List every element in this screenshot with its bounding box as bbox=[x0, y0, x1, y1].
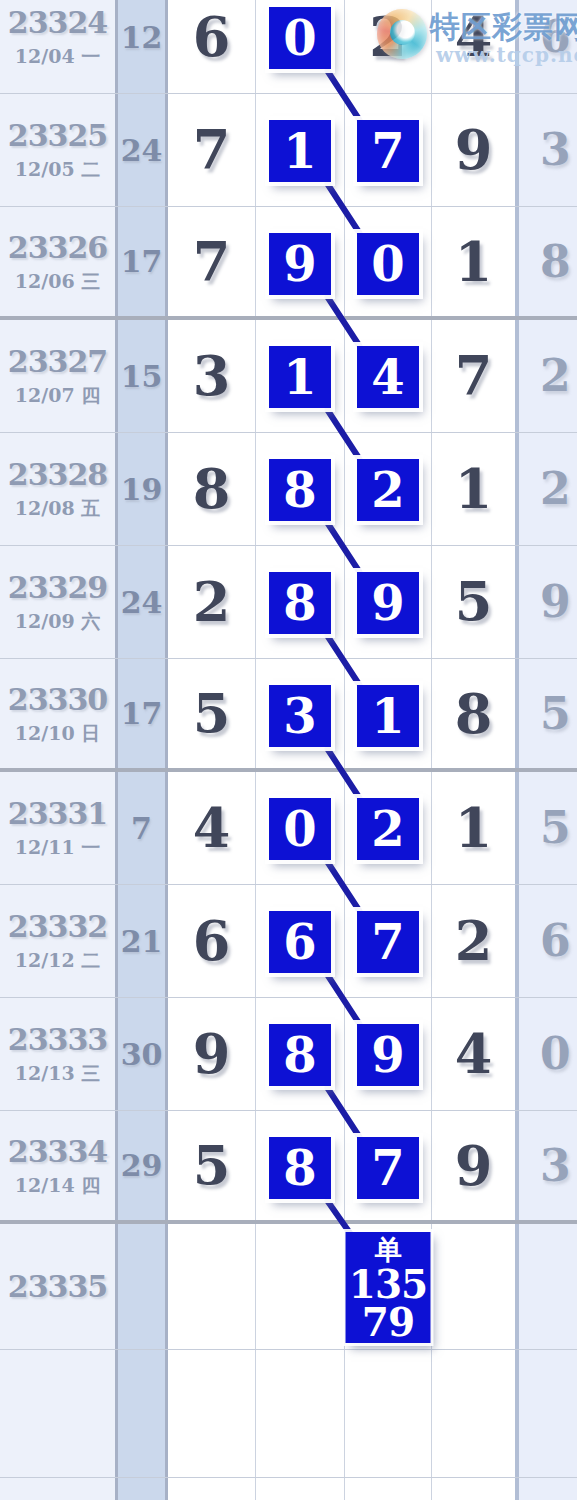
tail-digit-cell: 8 bbox=[519, 207, 577, 316]
tail-digit: 8 bbox=[540, 240, 571, 284]
tail-digit: 2 bbox=[540, 354, 571, 398]
issue-cell: 2333012/10 日 bbox=[0, 659, 118, 768]
tail-digit-cell: 3 bbox=[519, 1111, 577, 1220]
issue-number: 23326 bbox=[8, 233, 107, 263]
issue-number: 23325 bbox=[8, 121, 107, 151]
tail-digit: 6 bbox=[540, 919, 571, 963]
omission-cell: 24 bbox=[118, 546, 168, 658]
tail-digit-cell bbox=[519, 1224, 577, 1349]
digit-cell-n4: 1 bbox=[432, 433, 519, 545]
issue-number: 23332 bbox=[8, 912, 107, 942]
digit-cell-n1: 7 bbox=[168, 207, 256, 316]
omission-cell: 29 bbox=[118, 1111, 168, 1220]
digit-cell-n1 bbox=[168, 1478, 256, 1500]
issue-number: 23334 bbox=[8, 1137, 107, 1167]
omission-cell: 24 bbox=[118, 94, 168, 206]
draw-date: 12/12 二 bbox=[15, 951, 100, 970]
highlighted-digit-box: 8 bbox=[269, 572, 331, 634]
draw-date: 12/04 一 bbox=[15, 47, 100, 66]
digit-cell-n2: 0 bbox=[256, 0, 345, 93]
highlighted-digit-box: 2 bbox=[357, 798, 419, 860]
digit-cell-n2: 1 bbox=[256, 320, 345, 432]
omission-value: 29 bbox=[121, 1148, 163, 1183]
issue-number: 23329 bbox=[8, 573, 107, 603]
tail-digit-cell: 2 bbox=[519, 433, 577, 545]
tail-digit-cell bbox=[519, 1478, 577, 1500]
digit-cell-n3: 4 bbox=[345, 320, 432, 432]
issue-cell: 2333212/12 二 bbox=[0, 885, 118, 997]
omission-value: 24 bbox=[121, 133, 163, 168]
digit-n1: 6 bbox=[193, 914, 231, 968]
digit-cell-n4: 4 bbox=[432, 0, 519, 93]
issue-cell: 23335 bbox=[0, 1224, 118, 1349]
omission-cell: 12 bbox=[118, 0, 168, 93]
tail-digit-cell: 0 bbox=[519, 998, 577, 1110]
highlighted-digit-box: 0 bbox=[269, 7, 331, 69]
prediction-line: 单 bbox=[375, 1235, 402, 1265]
tail-digit: 6 bbox=[540, 15, 571, 59]
digit-cell-n4: 2 bbox=[432, 885, 519, 997]
digit-n4: 9 bbox=[455, 1139, 493, 1193]
digit-cell-n3: 2 bbox=[345, 0, 432, 93]
digit-n1: 7 bbox=[193, 123, 231, 177]
highlighted-digit-box: 0 bbox=[269, 798, 331, 860]
draw-date: 12/10 日 bbox=[15, 724, 100, 743]
digit-cell-n1: 4 bbox=[168, 772, 256, 884]
draw-row-23329: 2332912/09 六2428959 bbox=[0, 546, 577, 659]
draw-date: 12/07 四 bbox=[15, 386, 100, 405]
highlighted-digit-box: 1 bbox=[269, 346, 331, 408]
digit-cell-n3: 9 bbox=[345, 546, 432, 658]
omission-cell: 17 bbox=[118, 207, 168, 316]
omission-cell bbox=[118, 1224, 168, 1349]
highlighted-digit-box: 8 bbox=[269, 1024, 331, 1086]
empty-row bbox=[0, 1350, 577, 1478]
tail-digit-cell: 6 bbox=[519, 0, 577, 93]
empty-row bbox=[0, 1478, 577, 1500]
digit-cell-n1: 6 bbox=[168, 0, 256, 93]
digit-cell-n3: 7 bbox=[345, 1111, 432, 1220]
tail-digit: 0 bbox=[540, 1032, 571, 1076]
highlighted-digit-box: 3 bbox=[269, 685, 331, 747]
digit-cell-n4 bbox=[432, 1224, 519, 1349]
digit-cell-n3: 2 bbox=[345, 772, 432, 884]
highlighted-digit-box: 2 bbox=[357, 459, 419, 521]
highlighted-digit-box: 7 bbox=[357, 911, 419, 973]
tail-digit: 5 bbox=[540, 806, 571, 850]
issue-cell: 2332912/09 六 bbox=[0, 546, 118, 658]
issue-cell: 2332812/08 五 bbox=[0, 433, 118, 545]
digit-n4: 8 bbox=[455, 687, 493, 741]
digit-cell-n3 bbox=[345, 1478, 432, 1500]
digit-cell-n2: 8 bbox=[256, 433, 345, 545]
digit-cell-n4: 9 bbox=[432, 94, 519, 206]
tail-digit: 9 bbox=[540, 580, 571, 624]
issue-number: 23331 bbox=[8, 799, 107, 829]
digit-n4: 1 bbox=[455, 462, 493, 516]
lottery-trend-chart: 2332412/04 一12602462332512/05 二247179323… bbox=[0, 0, 577, 1500]
omission-cell: 17 bbox=[118, 659, 168, 768]
issue-number: 23330 bbox=[8, 685, 107, 715]
prediction-line: 135 bbox=[349, 1265, 427, 1303]
draw-row-23327: 2332712/07 四1531472 bbox=[0, 320, 577, 433]
draw-date: 12/05 二 bbox=[15, 160, 100, 179]
digit-cell-n4: 7 bbox=[432, 320, 519, 432]
issue-cell: 2333112/11 一 bbox=[0, 772, 118, 884]
tail-digit-cell bbox=[519, 1350, 577, 1477]
issue-cell bbox=[0, 1350, 118, 1477]
digit-cell-n4 bbox=[432, 1350, 519, 1477]
draw-row-23334: 2333412/14 四2958793 bbox=[0, 1111, 577, 1224]
tail-digit: 2 bbox=[540, 467, 571, 511]
omission-value: 24 bbox=[121, 585, 163, 620]
highlighted-digit-box: 0 bbox=[357, 233, 419, 295]
omission-value: 7 bbox=[131, 811, 152, 846]
digit-cell-n3: 0 bbox=[345, 207, 432, 316]
issue-number: 23333 bbox=[8, 1025, 107, 1055]
digit-cell-n4: 5 bbox=[432, 546, 519, 658]
digit-cell-n3: 9 bbox=[345, 998, 432, 1110]
digit-cell-n3: 单13579 bbox=[345, 1224, 432, 1349]
digit-cell-n1 bbox=[168, 1350, 256, 1477]
draw-row-23332: 2333212/12 二2166726 bbox=[0, 885, 577, 998]
tail-digit-cell: 6 bbox=[519, 885, 577, 997]
digit-n4: 1 bbox=[455, 801, 493, 855]
digit-cell-n2: 1 bbox=[256, 94, 345, 206]
omission-cell bbox=[118, 1350, 168, 1477]
digit-cell-n2 bbox=[256, 1224, 345, 1349]
omission-value: 17 bbox=[121, 244, 163, 279]
omission-value: 30 bbox=[121, 1037, 163, 1072]
digit-cell-n2: 0 bbox=[256, 772, 345, 884]
issue-cell: 2333312/13 三 bbox=[0, 998, 118, 1110]
issue-cell: 2332412/04 一 bbox=[0, 0, 118, 93]
digit-n1: 2 bbox=[193, 575, 231, 629]
draw-row-23325: 2332512/05 二2471793 bbox=[0, 94, 577, 207]
digit-cell-n2: 6 bbox=[256, 885, 345, 997]
digit-cell-n2: 8 bbox=[256, 546, 345, 658]
digit-n4: 5 bbox=[455, 575, 493, 629]
chart-rows: 2332412/04 一12602462332512/05 二247179323… bbox=[0, 0, 577, 1500]
digit-cell-n1: 5 bbox=[168, 1111, 256, 1220]
highlighted-digit-box: 1 bbox=[357, 685, 419, 747]
digit-cell-n2 bbox=[256, 1350, 345, 1477]
digit-n1: 5 bbox=[193, 687, 231, 741]
digit-cell-n3 bbox=[345, 1350, 432, 1477]
draw-date: 12/11 一 bbox=[15, 838, 100, 857]
omission-cell bbox=[118, 1478, 168, 1500]
draw-row-23330: 2333012/10 日1753185 bbox=[0, 659, 577, 772]
digit-cell-n3: 1 bbox=[345, 659, 432, 768]
digit-n4: 7 bbox=[455, 349, 493, 403]
draw-date: 12/14 四 bbox=[15, 1176, 100, 1195]
digit-cell-n1: 5 bbox=[168, 659, 256, 768]
highlighted-digit-box: 9 bbox=[357, 1024, 419, 1086]
highlighted-digit-box: 8 bbox=[269, 1137, 331, 1199]
digit-cell-n3: 2 bbox=[345, 433, 432, 545]
highlighted-digit-box: 6 bbox=[269, 911, 331, 973]
highlighted-digit-box: 4 bbox=[357, 346, 419, 408]
issue-cell: 2332612/06 三 bbox=[0, 207, 118, 316]
digit-n4: 1 bbox=[455, 235, 493, 289]
draw-row-23328: 2332812/08 五1988212 bbox=[0, 433, 577, 546]
digit-n1: 6 bbox=[193, 10, 231, 64]
digit-cell-n2 bbox=[256, 1478, 345, 1500]
omission-value: 17 bbox=[121, 696, 163, 731]
tail-digit: 3 bbox=[540, 128, 571, 172]
digit-cell-n2: 9 bbox=[256, 207, 345, 316]
digit-n1: 8 bbox=[193, 462, 231, 516]
digit-n4: 4 bbox=[455, 1027, 493, 1081]
draw-row-23326: 2332612/06 三1779018 bbox=[0, 207, 577, 320]
digit-cell-n1: 7 bbox=[168, 94, 256, 206]
digit-n1: 4 bbox=[193, 801, 231, 855]
digit-cell-n1: 6 bbox=[168, 885, 256, 997]
draw-row-23331: 2333112/11 一740215 bbox=[0, 772, 577, 885]
digit-cell-n4: 1 bbox=[432, 207, 519, 316]
draw-date: 12/13 三 bbox=[15, 1064, 100, 1083]
digit-n4: 2 bbox=[455, 914, 493, 968]
issue-number: 23328 bbox=[8, 460, 107, 490]
issue-number: 23335 bbox=[8, 1272, 107, 1302]
digit-cell-n4: 9 bbox=[432, 1111, 519, 1220]
digit-cell-n2: 8 bbox=[256, 1111, 345, 1220]
digit-cell-n2: 3 bbox=[256, 659, 345, 768]
highlighted-digit-box: 7 bbox=[357, 120, 419, 182]
highlighted-digit-box: 9 bbox=[357, 572, 419, 634]
issue-number: 23327 bbox=[8, 347, 107, 377]
tail-digit-cell: 5 bbox=[519, 659, 577, 768]
tail-digit-cell: 2 bbox=[519, 320, 577, 432]
digit-n1: 5 bbox=[193, 1139, 231, 1193]
issue-cell bbox=[0, 1478, 118, 1500]
omission-cell: 21 bbox=[118, 885, 168, 997]
tail-digit-cell: 3 bbox=[519, 94, 577, 206]
tail-digit: 5 bbox=[540, 692, 571, 736]
digit-n1: 9 bbox=[193, 1027, 231, 1081]
draw-date: 12/09 六 bbox=[15, 612, 100, 631]
digit-n4: 4 bbox=[455, 10, 493, 64]
highlighted-digit-box: 9 bbox=[269, 233, 331, 295]
omission-cell: 19 bbox=[118, 433, 168, 545]
digit-cell-n4: 1 bbox=[432, 772, 519, 884]
digit-n1: 7 bbox=[193, 235, 231, 289]
digit-cell-n1: 9 bbox=[168, 998, 256, 1110]
issue-cell: 2332712/07 四 bbox=[0, 320, 118, 432]
digit-cell-n3: 7 bbox=[345, 885, 432, 997]
omission-cell: 30 bbox=[118, 998, 168, 1110]
digit-cell-n4: 8 bbox=[432, 659, 519, 768]
omission-value: 15 bbox=[121, 359, 163, 394]
digit-cell-n1: 8 bbox=[168, 433, 256, 545]
digit-n4: 9 bbox=[455, 123, 493, 177]
prediction-panel: 单13579 bbox=[346, 1232, 431, 1343]
digit-cell-n1 bbox=[168, 1224, 256, 1349]
prediction-line: 79 bbox=[362, 1303, 414, 1341]
pending-row-23335: 23335单13579 bbox=[0, 1224, 577, 1350]
tail-digit-cell: 9 bbox=[519, 546, 577, 658]
highlighted-digit-box: 7 bbox=[357, 1137, 419, 1199]
highlighted-digit-box: 1 bbox=[269, 120, 331, 182]
digit-cell-n1: 2 bbox=[168, 546, 256, 658]
digit-cell-n2: 8 bbox=[256, 998, 345, 1110]
omission-value: 19 bbox=[121, 472, 163, 507]
omission-value: 12 bbox=[121, 20, 163, 55]
digit-cell-n4 bbox=[432, 1478, 519, 1500]
digit-cell-n4: 4 bbox=[432, 998, 519, 1110]
draw-date: 12/08 五 bbox=[15, 499, 100, 518]
omission-value: 21 bbox=[121, 924, 163, 959]
tail-digit: 3 bbox=[540, 1144, 571, 1188]
tail-digit-cell: 5 bbox=[519, 772, 577, 884]
draw-row-23324: 2332412/04 一1260246 bbox=[0, 0, 577, 94]
digit-cell-n3: 7 bbox=[345, 94, 432, 206]
draw-date: 12/06 三 bbox=[15, 272, 100, 291]
omission-cell: 7 bbox=[118, 772, 168, 884]
digit-n1: 3 bbox=[193, 349, 231, 403]
highlighted-digit-box: 8 bbox=[269, 459, 331, 521]
issue-number: 23324 bbox=[8, 8, 107, 38]
digit-cell-n1: 3 bbox=[168, 320, 256, 432]
draw-row-23333: 2333312/13 三3098940 bbox=[0, 998, 577, 1111]
digit-n3: 2 bbox=[369, 10, 407, 64]
issue-cell: 2333412/14 四 bbox=[0, 1111, 118, 1220]
issue-cell: 2332512/05 二 bbox=[0, 94, 118, 206]
omission-cell: 15 bbox=[118, 320, 168, 432]
